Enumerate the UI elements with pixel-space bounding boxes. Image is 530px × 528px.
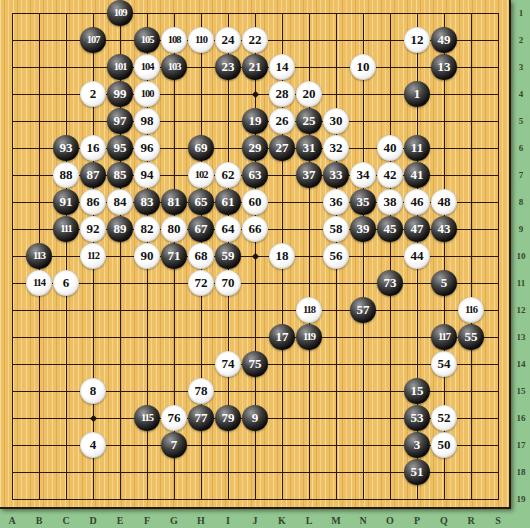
stone-black-55: 55 [458, 324, 484, 350]
row-label-12: 12 [513, 305, 529, 316]
star-point-J10 [251, 252, 258, 259]
stone-white-98: 98 [134, 108, 160, 134]
go-board[interactable]: 1234567891011121314151617181920212223242… [0, 0, 511, 509]
row-label-8: 8 [513, 197, 529, 208]
grid-line-vertical [498, 13, 499, 500]
row-label-6: 6 [513, 143, 529, 154]
stone-white-82: 82 [134, 216, 160, 242]
stone-white-62: 62 [215, 162, 241, 188]
stone-white-118: 118 [296, 297, 322, 323]
stone-white-44: 44 [404, 243, 430, 269]
row-label-4: 4 [513, 89, 529, 100]
stone-white-30: 30 [323, 108, 349, 134]
col-label-N: N [354, 514, 372, 527]
stone-black-103: 103 [161, 54, 187, 80]
stone-white-68: 68 [188, 243, 214, 269]
col-label-A: A [3, 514, 21, 527]
stone-white-2: 2 [80, 81, 106, 107]
stone-white-110: 110 [188, 27, 214, 53]
row-label-14: 14 [513, 359, 529, 370]
stone-black-3: 3 [404, 432, 430, 458]
stone-white-96: 96 [134, 135, 160, 161]
stone-black-53: 53 [404, 405, 430, 431]
stone-white-18: 18 [269, 243, 295, 269]
stone-black-87: 87 [80, 162, 106, 188]
stone-white-88: 88 [53, 162, 79, 188]
stone-black-1: 1 [404, 81, 430, 107]
row-label-5: 5 [513, 116, 529, 127]
stone-black-105: 105 [134, 27, 160, 53]
stone-white-6: 6 [53, 270, 79, 296]
stone-black-91: 91 [53, 189, 79, 215]
stone-black-77: 77 [188, 405, 214, 431]
stone-black-65: 65 [188, 189, 214, 215]
stone-white-20: 20 [296, 81, 322, 107]
col-label-G: G [165, 514, 183, 527]
stone-black-35: 35 [350, 189, 376, 215]
stone-white-28: 28 [269, 81, 295, 107]
stone-white-38: 38 [377, 189, 403, 215]
stone-white-70: 70 [215, 270, 241, 296]
stone-white-32: 32 [323, 135, 349, 161]
star-point-D16 [89, 414, 96, 421]
row-label-3: 3 [513, 62, 529, 73]
stone-black-21: 21 [242, 54, 268, 80]
stone-black-69: 69 [188, 135, 214, 161]
col-label-E: E [111, 514, 129, 527]
stone-black-25: 25 [296, 108, 322, 134]
grid-line-horizontal [12, 499, 499, 500]
stone-black-79: 79 [215, 405, 241, 431]
row-label-17: 17 [513, 440, 529, 451]
stone-black-119: 119 [296, 324, 322, 350]
stone-black-67: 67 [188, 216, 214, 242]
stone-white-114: 114 [26, 270, 52, 296]
stone-white-48: 48 [431, 189, 457, 215]
stone-white-86: 86 [80, 189, 106, 215]
col-label-Q: Q [435, 514, 453, 527]
stone-black-49: 49 [431, 27, 457, 53]
stone-black-47: 47 [404, 216, 430, 242]
stone-white-108: 108 [161, 27, 187, 53]
stone-white-36: 36 [323, 189, 349, 215]
row-label-16: 16 [513, 413, 529, 424]
stone-white-64: 64 [215, 216, 241, 242]
stone-black-45: 45 [377, 216, 403, 242]
stone-white-54: 54 [431, 351, 457, 377]
stone-black-75: 75 [242, 351, 268, 377]
col-label-C: C [57, 514, 75, 527]
grid-line-vertical [363, 13, 364, 500]
col-label-F: F [138, 514, 156, 527]
stone-black-5: 5 [431, 270, 457, 296]
stone-white-72: 72 [188, 270, 214, 296]
row-label-1: 1 [513, 8, 529, 19]
stone-black-101: 101 [107, 54, 133, 80]
stone-white-50: 50 [431, 432, 457, 458]
stone-white-94: 94 [134, 162, 160, 188]
stone-white-102: 102 [188, 162, 214, 188]
stone-black-107: 107 [80, 27, 106, 53]
stone-white-42: 42 [377, 162, 403, 188]
stone-black-13: 13 [431, 54, 457, 80]
row-label-7: 7 [513, 170, 529, 181]
stone-black-17: 17 [269, 324, 295, 350]
stone-black-43: 43 [431, 216, 457, 242]
stone-white-4: 4 [80, 432, 106, 458]
stone-black-89: 89 [107, 216, 133, 242]
stone-black-59: 59 [215, 243, 241, 269]
stone-white-92: 92 [80, 216, 106, 242]
stone-black-83: 83 [134, 189, 160, 215]
col-label-J: J [246, 514, 264, 527]
stone-white-56: 56 [323, 243, 349, 269]
col-label-I: I [219, 514, 237, 527]
stone-black-11: 11 [404, 135, 430, 161]
stone-white-112: 112 [80, 243, 106, 269]
stone-black-81: 81 [161, 189, 187, 215]
col-label-O: O [381, 514, 399, 527]
row-label-18: 18 [513, 467, 529, 478]
row-label-13: 13 [513, 332, 529, 343]
stone-white-100: 100 [134, 81, 160, 107]
row-label-11: 11 [513, 278, 529, 289]
stone-black-117: 117 [431, 324, 457, 350]
col-label-H: H [192, 514, 210, 527]
stone-black-37: 37 [296, 162, 322, 188]
grid-line-vertical [390, 13, 391, 500]
stone-black-85: 85 [107, 162, 133, 188]
stone-white-104: 104 [134, 54, 160, 80]
stone-white-58: 58 [323, 216, 349, 242]
stone-black-95: 95 [107, 135, 133, 161]
stone-black-71: 71 [161, 243, 187, 269]
row-label-15: 15 [513, 386, 529, 397]
stone-white-40: 40 [377, 135, 403, 161]
row-label-19: 19 [513, 494, 529, 505]
stone-white-22: 22 [242, 27, 268, 53]
stone-black-31: 31 [296, 135, 322, 161]
stone-black-33: 33 [323, 162, 349, 188]
go-kifu-diagram: 1234567891011121314151617181920212223242… [0, 0, 530, 528]
stone-black-9: 9 [242, 405, 268, 431]
stone-white-60: 60 [242, 189, 268, 215]
stone-black-93: 93 [53, 135, 79, 161]
col-label-M: M [327, 514, 345, 527]
stone-white-24: 24 [215, 27, 241, 53]
stone-black-111: 111 [53, 216, 79, 242]
col-label-B: B [30, 514, 48, 527]
stone-black-113: 113 [26, 243, 52, 269]
stone-white-12: 12 [404, 27, 430, 53]
col-label-R: R [462, 514, 480, 527]
stone-white-52: 52 [431, 405, 457, 431]
stone-white-34: 34 [350, 162, 376, 188]
stone-white-74: 74 [215, 351, 241, 377]
grid-line-horizontal [12, 337, 499, 338]
stone-white-90: 90 [134, 243, 160, 269]
col-label-L: L [300, 514, 318, 527]
row-label-9: 9 [513, 224, 529, 235]
stone-black-23: 23 [215, 54, 241, 80]
stone-black-15: 15 [404, 378, 430, 404]
col-label-S: S [489, 514, 507, 527]
grid-line-vertical [471, 13, 472, 500]
stone-black-99: 99 [107, 81, 133, 107]
stone-black-39: 39 [350, 216, 376, 242]
stone-black-51: 51 [404, 459, 430, 485]
stone-white-80: 80 [161, 216, 187, 242]
stone-white-14: 14 [269, 54, 295, 80]
col-label-P: P [408, 514, 426, 527]
grid-line-horizontal [12, 310, 499, 311]
stone-black-109: 109 [107, 0, 133, 26]
stone-black-57: 57 [350, 297, 376, 323]
stone-black-61: 61 [215, 189, 241, 215]
stone-white-46: 46 [404, 189, 430, 215]
stone-black-27: 27 [269, 135, 295, 161]
stone-black-63: 63 [242, 162, 268, 188]
stone-white-78: 78 [188, 378, 214, 404]
stone-white-26: 26 [269, 108, 295, 134]
stone-black-19: 19 [242, 108, 268, 134]
row-label-10: 10 [513, 251, 529, 262]
stone-white-116: 116 [458, 297, 484, 323]
stone-black-29: 29 [242, 135, 268, 161]
stone-white-84: 84 [107, 189, 133, 215]
row-label-2: 2 [513, 35, 529, 46]
stone-black-115: 115 [134, 405, 160, 431]
stone-black-7: 7 [161, 432, 187, 458]
stone-black-41: 41 [404, 162, 430, 188]
grid-line-horizontal [12, 283, 499, 284]
stone-white-66: 66 [242, 216, 268, 242]
col-label-K: K [273, 514, 291, 527]
stone-white-76: 76 [161, 405, 187, 431]
star-point-J4 [251, 90, 258, 97]
col-label-D: D [84, 514, 102, 527]
stone-white-8: 8 [80, 378, 106, 404]
stone-white-10: 10 [350, 54, 376, 80]
stone-black-97: 97 [107, 108, 133, 134]
stone-white-16: 16 [80, 135, 106, 161]
stone-black-73: 73 [377, 270, 403, 296]
